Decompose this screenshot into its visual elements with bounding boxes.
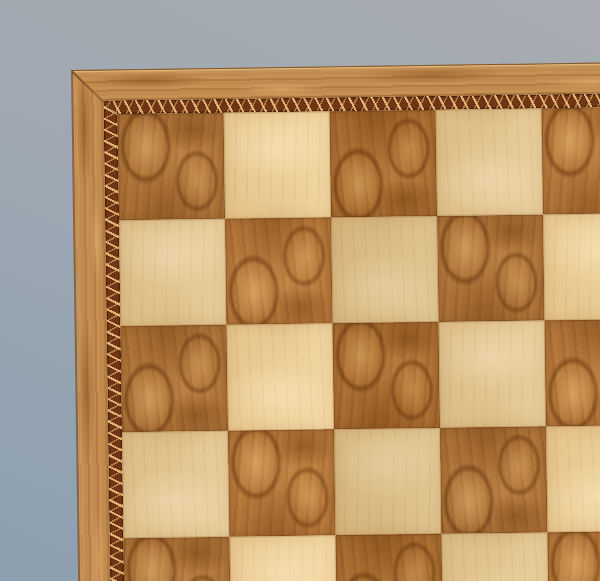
- board-square: [436, 108, 543, 215]
- board-square: [336, 534, 443, 581]
- board-square: [543, 213, 600, 320]
- chess-board: [71, 57, 600, 581]
- board-square: [440, 426, 547, 533]
- board-square: [122, 431, 229, 538]
- board-square: [548, 531, 600, 581]
- board-square: [542, 107, 600, 214]
- board-grid: [118, 103, 600, 581]
- board-square: [437, 214, 544, 321]
- board-square: [439, 320, 546, 427]
- board-square: [230, 535, 337, 581]
- board-square: [334, 428, 441, 535]
- photo-backdrop: [0, 0, 600, 581]
- board-square: [225, 217, 332, 324]
- board-square: [227, 323, 334, 430]
- board-square: [331, 216, 438, 323]
- board-square: [442, 532, 549, 581]
- board-square: [119, 219, 226, 326]
- board-square: [330, 110, 437, 217]
- board-square: [124, 537, 231, 581]
- board-square: [545, 319, 600, 426]
- board-square: [546, 425, 600, 532]
- board-square: [333, 322, 440, 429]
- board-square: [228, 429, 335, 536]
- board-square: [118, 113, 225, 220]
- board-frame-top: [73, 58, 600, 101]
- board-square: [224, 111, 331, 218]
- board-square: [121, 325, 228, 432]
